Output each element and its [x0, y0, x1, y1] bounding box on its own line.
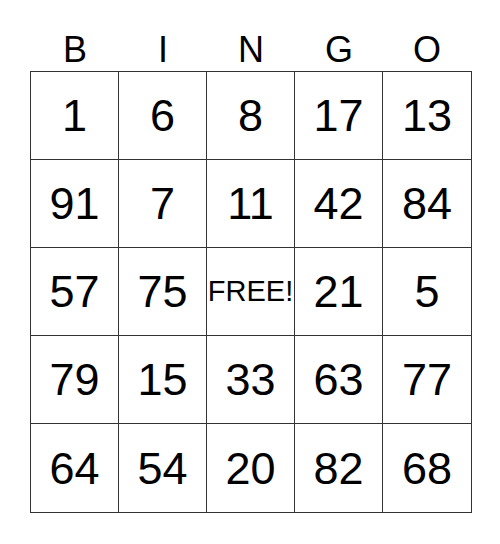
free-space-cell[interactable]: FREE!: [207, 248, 295, 336]
bingo-cell[interactable]: 75: [119, 248, 207, 336]
bingo-cell[interactable]: 54: [119, 424, 207, 512]
column-letter-g: G: [295, 0, 383, 71]
bingo-board: 1 6 8 17 13 91 7 11 42 84 57 75 FREE! 21…: [30, 71, 472, 513]
bingo-card: B I N G O 1 6 8 17 13 91 7 11 42 84 57 7…: [30, 0, 472, 513]
bingo-cell[interactable]: 20: [207, 424, 295, 512]
bingo-cell[interactable]: 17: [295, 72, 383, 160]
bingo-cell[interactable]: 64: [31, 424, 119, 512]
bingo-cell[interactable]: 68: [383, 424, 471, 512]
bingo-cell[interactable]: 91: [31, 160, 119, 248]
bingo-cell[interactable]: 33: [207, 336, 295, 424]
bingo-cell[interactable]: 77: [383, 336, 471, 424]
bingo-cell[interactable]: 6: [119, 72, 207, 160]
column-letter-o: O: [383, 0, 471, 71]
bingo-cell[interactable]: 21: [295, 248, 383, 336]
bingo-card-page: B I N G O 1 6 8 17 13 91 7 11 42 84 57 7…: [0, 0, 500, 544]
column-letter-b: B: [31, 0, 119, 71]
column-letter-n: N: [207, 0, 295, 71]
bingo-cell[interactable]: 11: [207, 160, 295, 248]
bingo-cell[interactable]: 63: [295, 336, 383, 424]
bingo-cell[interactable]: 5: [383, 248, 471, 336]
bingo-cell[interactable]: 7: [119, 160, 207, 248]
bingo-cell[interactable]: 42: [295, 160, 383, 248]
bingo-cell[interactable]: 8: [207, 72, 295, 160]
bingo-cell[interactable]: 57: [31, 248, 119, 336]
bingo-cell[interactable]: 13: [383, 72, 471, 160]
column-letter-i: I: [119, 0, 207, 71]
bingo-cell[interactable]: 82: [295, 424, 383, 512]
bingo-header: B I N G O: [31, 0, 472, 71]
bingo-cell[interactable]: 79: [31, 336, 119, 424]
bingo-cell[interactable]: 84: [383, 160, 471, 248]
bingo-cell[interactable]: 1: [31, 72, 119, 160]
bingo-cell[interactable]: 15: [119, 336, 207, 424]
